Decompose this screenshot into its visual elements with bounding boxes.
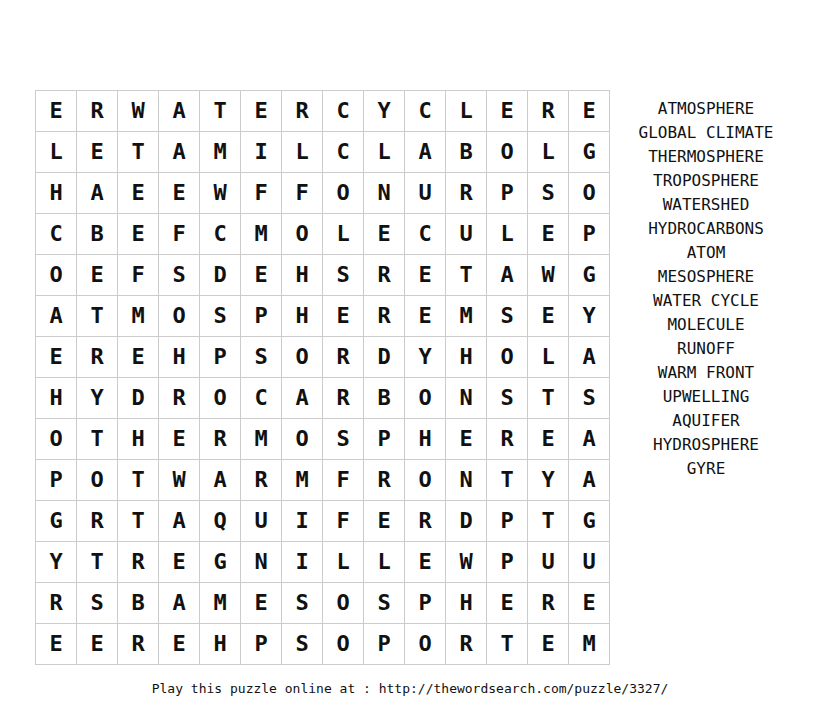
grid-cell-r9c10[interactable]: H	[405, 419, 446, 460]
grid-cell-r4c3[interactable]: E	[118, 214, 159, 255]
grid-cell-r4c1[interactable]: C	[36, 214, 77, 255]
word-list-item: MESOSPHERE	[598, 265, 814, 289]
grid-cell-r13c7[interactable]: S	[282, 583, 323, 624]
grid-cell-r3c1[interactable]: H	[36, 173, 77, 214]
grid-cell-r13c9[interactable]: S	[364, 583, 405, 624]
grid-cell-r5c9[interactable]: R	[364, 255, 405, 296]
grid-cell-r7c4[interactable]: H	[159, 337, 200, 378]
grid-cell-r2c10[interactable]: A	[405, 132, 446, 173]
grid-cell-r3c3[interactable]: E	[118, 173, 159, 214]
grid-cell-r13c11[interactable]: H	[446, 583, 487, 624]
grid-cell-r8c2[interactable]: Y	[77, 378, 118, 419]
grid-cell-r8c3[interactable]: D	[118, 378, 159, 419]
word-search-page: ERWATERCYCLERELETAMILCLABOLGHAEEWFFONURP…	[0, 0, 820, 720]
grid-cell-r11c13[interactable]: T	[528, 501, 569, 542]
grid-cell-r3c8[interactable]: O	[323, 173, 364, 214]
grid-cell-r9c7[interactable]: O	[282, 419, 323, 460]
grid-cell-r12c12[interactable]: P	[487, 542, 528, 583]
grid-cell-r13c10[interactable]: P	[405, 583, 446, 624]
grid-cell-r14c3[interactable]: R	[118, 624, 159, 665]
grid-cell-r12c1[interactable]: Y	[36, 542, 77, 583]
grid-cell-r1c3[interactable]: W	[118, 91, 159, 132]
grid-cell-r12c11[interactable]: W	[446, 542, 487, 583]
grid-cell-r12c4[interactable]: E	[159, 542, 200, 583]
grid-cell-r12c14[interactable]: U	[569, 542, 610, 583]
grid-cell-r5c4[interactable]: S	[159, 255, 200, 296]
grid-cell-r11c1[interactable]: G	[36, 501, 77, 542]
grid-cell-r4c2[interactable]: B	[77, 214, 118, 255]
grid-cell-r10c3[interactable]: T	[118, 460, 159, 501]
grid-cell-r9c8[interactable]: S	[323, 419, 364, 460]
grid-cell-r14c12[interactable]: T	[487, 624, 528, 665]
grid-cell-r9c5[interactable]: R	[200, 419, 241, 460]
grid-cell-r11c6[interactable]: U	[241, 501, 282, 542]
grid-cell-r2c13[interactable]: L	[528, 132, 569, 173]
grid-cell-r14c4[interactable]: E	[159, 624, 200, 665]
grid-cell-r6c13[interactable]: E	[528, 296, 569, 337]
grid-cell-r4c8[interactable]: L	[323, 214, 364, 255]
grid-cell-r11c9[interactable]: E	[364, 501, 405, 542]
grid-cell-r5c6[interactable]: E	[241, 255, 282, 296]
grid-cell-r12c6[interactable]: N	[241, 542, 282, 583]
grid-cell-r13c3[interactable]: B	[118, 583, 159, 624]
grid-cell-r7c13[interactable]: L	[528, 337, 569, 378]
grid-cell-r12c9[interactable]: L	[364, 542, 405, 583]
grid-cell-r13c2[interactable]: S	[77, 583, 118, 624]
grid-cell-r8c7[interactable]: A	[282, 378, 323, 419]
grid-cell-r13c5[interactable]: M	[200, 583, 241, 624]
grid-cell-r13c12[interactable]: E	[487, 583, 528, 624]
word-search-grid: ERWATERCYCLERELETAMILCLABOLGHAEEWFFONURP…	[35, 90, 610, 665]
grid-cell-r14c6[interactable]: P	[241, 624, 282, 665]
grid-cell-r14c7[interactable]: S	[282, 624, 323, 665]
grid-cell-r1c5[interactable]: T	[200, 91, 241, 132]
grid-cell-r10c4[interactable]: W	[159, 460, 200, 501]
grid-cell-r10c11[interactable]: N	[446, 460, 487, 501]
grid-cell-r8c11[interactable]: N	[446, 378, 487, 419]
grid-cell-r2c11[interactable]: B	[446, 132, 487, 173]
grid-cell-r8c1[interactable]: H	[36, 378, 77, 419]
grid-cell-r8c12[interactable]: S	[487, 378, 528, 419]
grid-cell-r3c11[interactable]: R	[446, 173, 487, 214]
grid-cell-r11c10[interactable]: R	[405, 501, 446, 542]
grid-cell-r3c6[interactable]: F	[241, 173, 282, 214]
grid-cell-r11c7[interactable]: I	[282, 501, 323, 542]
grid-cell-r3c4[interactable]: E	[159, 173, 200, 214]
grid-cell-r9c2[interactable]: T	[77, 419, 118, 460]
grid-cell-r10c7[interactable]: M	[282, 460, 323, 501]
grid-cell-r3c10[interactable]: U	[405, 173, 446, 214]
grid-cell-r2c8[interactable]: C	[323, 132, 364, 173]
grid-cell-r9c1[interactable]: O	[36, 419, 77, 460]
grid-cell-r8c5[interactable]: O	[200, 378, 241, 419]
grid-cell-r3c5[interactable]: W	[200, 173, 241, 214]
grid-cell-r4c11[interactable]: U	[446, 214, 487, 255]
grid-cell-r12c8[interactable]: L	[323, 542, 364, 583]
grid-cell-r9c9[interactable]: P	[364, 419, 405, 460]
grid-cell-r4c4[interactable]: F	[159, 214, 200, 255]
grid-cell-r6c12[interactable]: S	[487, 296, 528, 337]
grid-cell-r12c7[interactable]: I	[282, 542, 323, 583]
grid-cell-r1c4[interactable]: A	[159, 91, 200, 132]
grid-cell-r6c8[interactable]: E	[323, 296, 364, 337]
grid-cell-r6c11[interactable]: M	[446, 296, 487, 337]
word-list-item: AQUIFER	[598, 409, 814, 433]
grid-cell-r13c1[interactable]: R	[36, 583, 77, 624]
grid-cell-r13c13[interactable]: R	[528, 583, 569, 624]
grid-cell-r8c8[interactable]: R	[323, 378, 364, 419]
grid-cell-r2c2[interactable]: E	[77, 132, 118, 173]
grid-cell-r5c7[interactable]: H	[282, 255, 323, 296]
grid-cell-r5c10[interactable]: E	[405, 255, 446, 296]
grid-cell-r6c9[interactable]: R	[364, 296, 405, 337]
grid-cell-r11c3[interactable]: T	[118, 501, 159, 542]
grid-cell-r10c1[interactable]: P	[36, 460, 77, 501]
grid-cell-r7c5[interactable]: P	[200, 337, 241, 378]
grid-cell-r8c9[interactable]: B	[364, 378, 405, 419]
grid-cell-r11c5[interactable]: Q	[200, 501, 241, 542]
grid-cell-r9c13[interactable]: E	[528, 419, 569, 460]
grid-cell-r8c4[interactable]: R	[159, 378, 200, 419]
grid-cell-r6c10[interactable]: E	[405, 296, 446, 337]
grid-cell-r10c8[interactable]: F	[323, 460, 364, 501]
grid-cell-r14c5[interactable]: H	[200, 624, 241, 665]
word-list-item: GYRE	[598, 457, 814, 481]
grid-cell-r9c12[interactable]: R	[487, 419, 528, 460]
grid-cell-r6c1[interactable]: A	[36, 296, 77, 337]
word-list-item: WARM FRONT	[598, 361, 814, 385]
grid-cell-r4c9[interactable]: E	[364, 214, 405, 255]
grid-cell-r1c8[interactable]: C	[323, 91, 364, 132]
grid-cell-r5c13[interactable]: W	[528, 255, 569, 296]
grid-cell-r2c12[interactable]: O	[487, 132, 528, 173]
grid-cell-r9c4[interactable]: E	[159, 419, 200, 460]
grid-cell-r14c10[interactable]: O	[405, 624, 446, 665]
grid-cell-r2c7[interactable]: L	[282, 132, 323, 173]
grid-cell-r13c14[interactable]: E	[569, 583, 610, 624]
word-list-item: MOLECULE	[598, 313, 814, 337]
word-list-item: ATOM	[598, 241, 814, 265]
grid-cell-r5c11[interactable]: T	[446, 255, 487, 296]
grid-cell-r2c4[interactable]: A	[159, 132, 200, 173]
grid-cell-r10c12[interactable]: T	[487, 460, 528, 501]
grid-cell-r11c8[interactable]: F	[323, 501, 364, 542]
grid-cell-r4c6[interactable]: M	[241, 214, 282, 255]
grid-cell-r2c1[interactable]: L	[36, 132, 77, 173]
grid-cell-r2c3[interactable]: T	[118, 132, 159, 173]
grid-cell-r13c6[interactable]: E	[241, 583, 282, 624]
grid-cell-r6c5[interactable]: S	[200, 296, 241, 337]
grid-cell-r11c4[interactable]: A	[159, 501, 200, 542]
grid-cell-r4c5[interactable]: C	[200, 214, 241, 255]
grid-cell-r4c13[interactable]: E	[528, 214, 569, 255]
grid-cell-r10c9[interactable]: R	[364, 460, 405, 501]
grid-cell-r5c8[interactable]: S	[323, 255, 364, 296]
grid-cell-r1c2[interactable]: R	[77, 91, 118, 132]
grid-cell-r10c10[interactable]: O	[405, 460, 446, 501]
grid-cell-r12c5[interactable]: G	[200, 542, 241, 583]
grid-cell-r14c8[interactable]: O	[323, 624, 364, 665]
grid-cell-r8c6[interactable]: C	[241, 378, 282, 419]
grid-cell-r7c11[interactable]: H	[446, 337, 487, 378]
grid-cell-r7c6[interactable]: S	[241, 337, 282, 378]
grid-cell-r12c10[interactable]: E	[405, 542, 446, 583]
grid-cell-r9c3[interactable]: H	[118, 419, 159, 460]
grid-cell-r4c12[interactable]: L	[487, 214, 528, 255]
word-list-item: GLOBAL CLIMATE	[598, 121, 814, 145]
grid-cell-r14c1[interactable]: E	[36, 624, 77, 665]
grid-cell-r7c1[interactable]: E	[36, 337, 77, 378]
grid-cell-r12c3[interactable]: R	[118, 542, 159, 583]
grid-cell-r1c6[interactable]: E	[241, 91, 282, 132]
grid-cell-r1c12[interactable]: E	[487, 91, 528, 132]
word-list-item: TROPOSPHERE	[598, 169, 814, 193]
grid-cell-r10c13[interactable]: Y	[528, 460, 569, 501]
grid-cell-r6c4[interactable]: O	[159, 296, 200, 337]
grid-cell-r6c7[interactable]: H	[282, 296, 323, 337]
word-list-item: HYDROCARBONS	[598, 217, 814, 241]
grid-cell-r14c14[interactable]: M	[569, 624, 610, 665]
footer-note: Play this puzzle online at : http://thew…	[0, 680, 820, 698]
grid-cell-r1c11[interactable]: L	[446, 91, 487, 132]
word-list-item: ATMOSPHERE	[598, 97, 814, 121]
grid-cell-r3c12[interactable]: P	[487, 173, 528, 214]
grid-cell-r3c2[interactable]: A	[77, 173, 118, 214]
grid-cell-r8c13[interactable]: T	[528, 378, 569, 419]
grid-cell-r6c6[interactable]: P	[241, 296, 282, 337]
grid-cell-r13c4[interactable]: A	[159, 583, 200, 624]
grid-cell-r12c13[interactable]: U	[528, 542, 569, 583]
grid-cell-r14c13[interactable]: E	[528, 624, 569, 665]
grid-cell-r14c9[interactable]: P	[364, 624, 405, 665]
word-list-item: WATERSHED	[598, 193, 814, 217]
grid-cell-r8c10[interactable]: O	[405, 378, 446, 419]
grid-cell-r7c7[interactable]: O	[282, 337, 323, 378]
grid-cell-r7c2[interactable]: R	[77, 337, 118, 378]
grid-cell-r1c1[interactable]: E	[36, 91, 77, 132]
grid-cell-r7c8[interactable]: R	[323, 337, 364, 378]
grid-cell-r7c12[interactable]: O	[487, 337, 528, 378]
grid-cell-r7c10[interactable]: Y	[405, 337, 446, 378]
word-list-item: RUNOFF	[598, 337, 814, 361]
grid-cell-r6c3[interactable]: M	[118, 296, 159, 337]
grid-cell-r10c5[interactable]: A	[200, 460, 241, 501]
word-list-item: WATER CYCLE	[598, 289, 814, 313]
grid-cell-r5c2[interactable]: E	[77, 255, 118, 296]
grid-cell-r11c2[interactable]: R	[77, 501, 118, 542]
grid-cell-r1c7[interactable]: R	[282, 91, 323, 132]
grid-cell-r1c9[interactable]: Y	[364, 91, 405, 132]
grid-cell-r5c5[interactable]: D	[200, 255, 241, 296]
word-list: ATMOSPHEREGLOBAL CLIMATETHERMOSPHERETROP…	[598, 97, 814, 481]
grid-cell-r13c8[interactable]: O	[323, 583, 364, 624]
grid-cell-r11c11[interactable]: D	[446, 501, 487, 542]
grid-cell-r5c1[interactable]: O	[36, 255, 77, 296]
grid-cell-r14c11[interactable]: R	[446, 624, 487, 665]
grid-cell-r7c9[interactable]: D	[364, 337, 405, 378]
grid-cell-r4c7[interactable]: O	[282, 214, 323, 255]
grid-cell-r12c2[interactable]: T	[77, 542, 118, 583]
grid-cell-r3c7[interactable]: F	[282, 173, 323, 214]
grid-cell-r7c3[interactable]: E	[118, 337, 159, 378]
grid-cell-r3c13[interactable]: S	[528, 173, 569, 214]
grid-cell-r11c14[interactable]: G	[569, 501, 610, 542]
grid-cell-r14c2[interactable]: E	[77, 624, 118, 665]
grid-cell-r6c2[interactable]: T	[77, 296, 118, 337]
grid-cell-r10c6[interactable]: R	[241, 460, 282, 501]
grid-cell-r1c10[interactable]: C	[405, 91, 446, 132]
grid-cell-r9c6[interactable]: M	[241, 419, 282, 460]
grid-cell-r2c6[interactable]: I	[241, 132, 282, 173]
grid-cell-r5c3[interactable]: F	[118, 255, 159, 296]
grid-cell-r4c10[interactable]: C	[405, 214, 446, 255]
word-list-item: HYDROSPHERE	[598, 433, 814, 457]
word-list-item: UPWELLING	[598, 385, 814, 409]
grid-cell-r9c11[interactable]: E	[446, 419, 487, 460]
word-list-item: THERMOSPHERE	[598, 145, 814, 169]
grid-cell-r11c12[interactable]: P	[487, 501, 528, 542]
grid-cell-r10c2[interactable]: O	[77, 460, 118, 501]
grid-cell-r2c5[interactable]: M	[200, 132, 241, 173]
grid-cell-r5c12[interactable]: A	[487, 255, 528, 296]
grid-cell-r2c9[interactable]: L	[364, 132, 405, 173]
grid-cell-r3c9[interactable]: N	[364, 173, 405, 214]
grid-cell-r1c13[interactable]: R	[528, 91, 569, 132]
